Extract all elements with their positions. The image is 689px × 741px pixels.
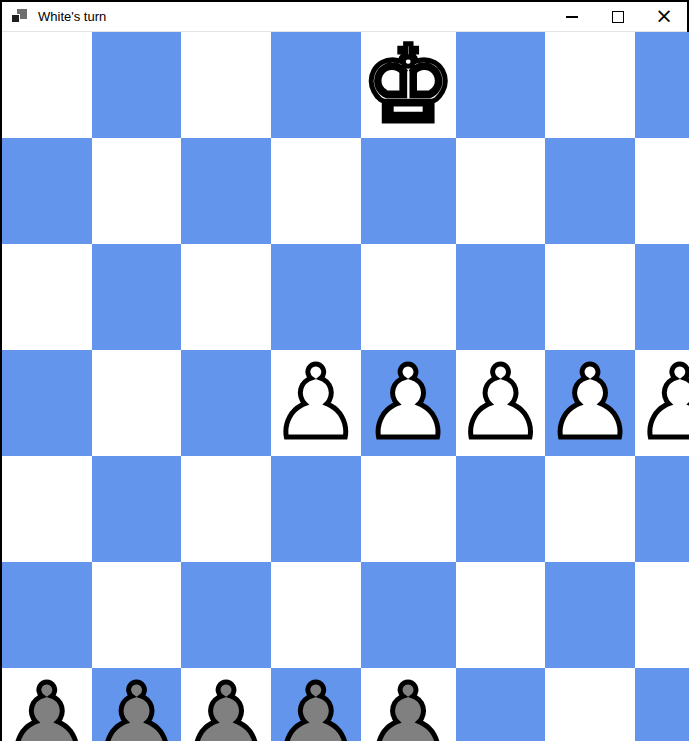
white-pawn: ♟ bbox=[363, 353, 453, 453]
square-a2[interactable] bbox=[2, 138, 92, 244]
square-b4[interactable] bbox=[92, 350, 182, 456]
square-d5[interactable] bbox=[271, 456, 361, 562]
square-g2[interactable] bbox=[545, 138, 635, 244]
square-h3[interactable] bbox=[635, 244, 689, 350]
close-icon: × bbox=[655, 6, 673, 27]
square-g5[interactable] bbox=[545, 456, 635, 562]
close-button[interactable]: × bbox=[641, 2, 687, 31]
app-icon bbox=[11, 9, 28, 24]
square-h1[interactable] bbox=[635, 32, 689, 138]
white-pawn: ♟ bbox=[635, 353, 689, 453]
app-icon-front-square bbox=[11, 14, 20, 23]
square-c6[interactable] bbox=[181, 562, 271, 668]
square-c2[interactable] bbox=[181, 138, 271, 244]
square-c7[interactable]: ♟ bbox=[181, 668, 271, 741]
square-b3[interactable] bbox=[92, 244, 182, 350]
square-b5[interactable] bbox=[92, 456, 182, 562]
maximize-button[interactable] bbox=[595, 2, 641, 31]
square-a1[interactable] bbox=[2, 32, 92, 138]
white-pawn: ♟ bbox=[456, 353, 546, 453]
black-pawn: ♟ bbox=[2, 671, 92, 741]
black-pawn: ♟ bbox=[363, 671, 453, 741]
square-h6[interactable] bbox=[635, 562, 689, 668]
chess-board: ♚♟♟♟♟♟♟♟♟♟♟♚ bbox=[2, 32, 689, 741]
square-f5[interactable] bbox=[456, 456, 546, 562]
square-c3[interactable] bbox=[181, 244, 271, 350]
square-h2[interactable] bbox=[635, 138, 689, 244]
square-e3[interactable] bbox=[361, 244, 456, 350]
board-area: ♚♟♟♟♟♟♟♟♟♟♟♚ 12345678 ABCDEFGH bbox=[2, 32, 687, 739]
titlebar: White's turn × bbox=[2, 2, 687, 32]
maximize-icon bbox=[612, 11, 624, 23]
square-b2[interactable] bbox=[92, 138, 182, 244]
square-c1[interactable] bbox=[181, 32, 271, 138]
square-e5[interactable] bbox=[361, 456, 456, 562]
square-g6[interactable] bbox=[545, 562, 635, 668]
square-e6[interactable] bbox=[361, 562, 456, 668]
minimize-icon bbox=[566, 16, 578, 18]
square-g7[interactable] bbox=[545, 668, 635, 741]
square-h7[interactable] bbox=[635, 668, 689, 741]
square-f6[interactable] bbox=[456, 562, 546, 668]
square-f7[interactable] bbox=[456, 668, 546, 741]
square-f4[interactable]: ♟ bbox=[456, 350, 546, 456]
square-d6[interactable] bbox=[271, 562, 361, 668]
square-f2[interactable] bbox=[456, 138, 546, 244]
square-c4[interactable] bbox=[181, 350, 271, 456]
square-a3[interactable] bbox=[2, 244, 92, 350]
square-b1[interactable] bbox=[92, 32, 182, 138]
square-a5[interactable] bbox=[2, 456, 92, 562]
black-pawn: ♟ bbox=[92, 671, 182, 741]
window-controls: × bbox=[549, 2, 687, 31]
square-e1[interactable]: ♚ bbox=[361, 32, 456, 138]
square-b6[interactable] bbox=[92, 562, 182, 668]
square-h4[interactable]: ♟ bbox=[635, 350, 689, 456]
window-title: White's turn bbox=[38, 9, 549, 24]
square-d1[interactable] bbox=[271, 32, 361, 138]
square-a4[interactable] bbox=[2, 350, 92, 456]
square-b7[interactable]: ♟ bbox=[92, 668, 182, 741]
minimize-button[interactable] bbox=[549, 2, 595, 31]
square-f1[interactable] bbox=[456, 32, 546, 138]
square-e7[interactable]: ♟ bbox=[361, 668, 456, 741]
square-f3[interactable] bbox=[456, 244, 546, 350]
white-pawn: ♟ bbox=[271, 353, 361, 453]
square-e4[interactable]: ♟ bbox=[361, 350, 456, 456]
white-king: ♚ bbox=[361, 32, 456, 138]
app-window: White's turn × ♚♟♟♟♟♟♟♟♟♟♟♚ 12345678 ABC… bbox=[0, 0, 689, 741]
white-pawn: ♟ bbox=[545, 353, 635, 453]
square-a7[interactable]: ♟ bbox=[2, 668, 92, 741]
square-d2[interactable] bbox=[271, 138, 361, 244]
black-pawn: ♟ bbox=[271, 671, 361, 741]
square-a6[interactable] bbox=[2, 562, 92, 668]
square-d7[interactable]: ♟ bbox=[271, 668, 361, 741]
square-h5[interactable] bbox=[635, 456, 689, 562]
square-d4[interactable]: ♟ bbox=[271, 350, 361, 456]
square-g3[interactable] bbox=[545, 244, 635, 350]
black-pawn: ♟ bbox=[181, 671, 271, 741]
square-g1[interactable] bbox=[545, 32, 635, 138]
square-c5[interactable] bbox=[181, 456, 271, 562]
square-e2[interactable] bbox=[361, 138, 456, 244]
square-d3[interactable] bbox=[271, 244, 361, 350]
square-g4[interactable]: ♟ bbox=[545, 350, 635, 456]
